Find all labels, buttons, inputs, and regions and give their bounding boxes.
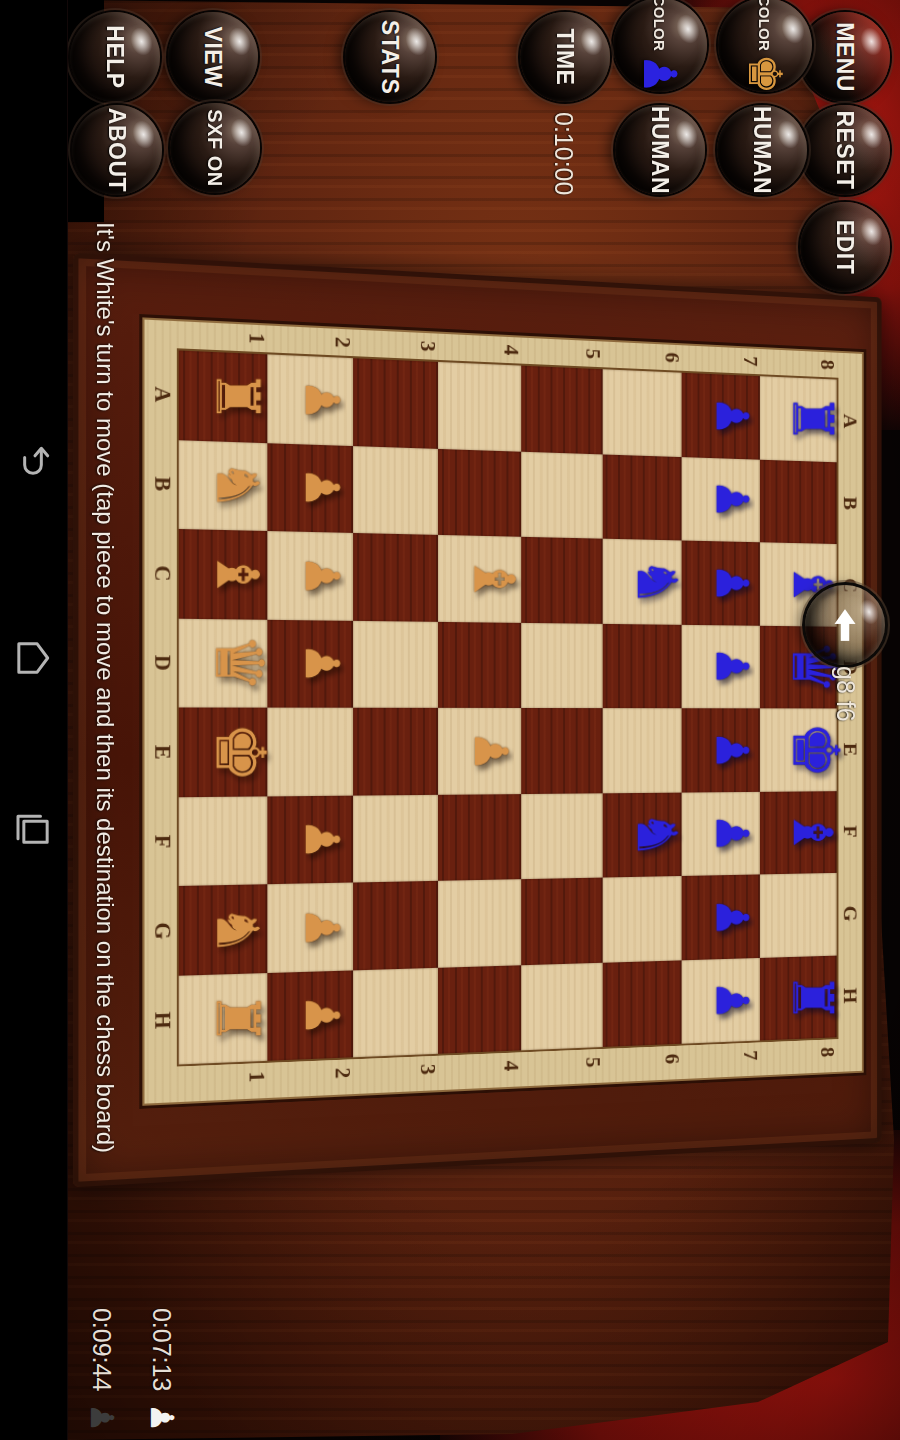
blue-king-e8[interactable]: ♚ bbox=[783, 721, 847, 778]
square-h3[interactable] bbox=[354, 967, 439, 1057]
rank-label-4: 4 bbox=[438, 341, 521, 355]
rank-label-5: 5 bbox=[521, 1057, 602, 1071]
white-pawn-a2[interactable]: ♟ bbox=[298, 379, 345, 421]
rank-label-7: 7 bbox=[682, 1050, 760, 1064]
edit-button[interactable]: EDIT bbox=[800, 202, 890, 292]
white-pawn-h2[interactable]: ♟ bbox=[298, 994, 345, 1036]
human-blue-button[interactable]: HUMAN bbox=[615, 105, 705, 195]
rank-label-2: 2 bbox=[267, 333, 353, 348]
home-button[interactable] bbox=[13, 638, 53, 678]
rank-label-7: 7 bbox=[682, 353, 760, 367]
square-c3[interactable] bbox=[354, 533, 439, 621]
white-knight-g1[interactable]: ♞ bbox=[208, 904, 266, 956]
view-button[interactable]: VIEW bbox=[168, 12, 258, 102]
blue-bishop-f8[interactable]: ♝ bbox=[785, 808, 839, 857]
white-pawn-d2[interactable]: ♟ bbox=[298, 642, 345, 684]
square-f1[interactable] bbox=[179, 796, 267, 886]
chess-board[interactable]: ABCDEFGH ABCDEFGH 87654321 87654321 ♜♝♛♚… bbox=[73, 253, 882, 1187]
white-king-e1[interactable]: ♚ bbox=[205, 721, 274, 783]
rank-label-8: 8 bbox=[760, 1047, 837, 1060]
color-blue-button[interactable]: COLOR ♟ bbox=[613, 0, 707, 92]
blue-pawn-g7[interactable]: ♟ bbox=[710, 897, 755, 937]
white-piece-icon: ♟ bbox=[146, 1403, 178, 1432]
rank-label-3: 3 bbox=[354, 338, 439, 353]
android-nav-bar bbox=[0, 0, 68, 1440]
rank-label-5: 5 bbox=[521, 345, 602, 359]
white-pawn-e4[interactable]: ♟ bbox=[468, 730, 514, 772]
white-rook-a1[interactable]: ♜ bbox=[207, 369, 267, 423]
sxf-toggle-label: SXF ON bbox=[204, 109, 227, 186]
blue-knight-c6[interactable]: ♞ bbox=[629, 557, 684, 607]
recents-icon bbox=[13, 808, 53, 848]
blue-pawn-b7[interactable]: ♟ bbox=[710, 479, 755, 519]
back-button[interactable] bbox=[13, 440, 53, 480]
rank-label-4: 4 bbox=[438, 1060, 521, 1074]
square-c5[interactable] bbox=[521, 537, 602, 624]
white-pawn-f2[interactable]: ♟ bbox=[298, 818, 345, 860]
stats-button-label: STATS bbox=[377, 20, 404, 94]
reset-button[interactable]: RESET bbox=[800, 105, 890, 195]
blue-rook-a8[interactable]: ♜ bbox=[785, 394, 841, 444]
square-a5[interactable] bbox=[521, 366, 602, 454]
blue-pawn-e7[interactable]: ♟ bbox=[710, 730, 755, 770]
square-e5[interactable] bbox=[521, 708, 602, 794]
black-clock: 0:09:44 ♟ bbox=[86, 1308, 118, 1432]
rank-label-1: 1 bbox=[179, 329, 267, 344]
white-clock-time: 0:07:13 bbox=[148, 1308, 177, 1391]
square-d3[interactable] bbox=[354, 620, 439, 708]
color-blue-button-label: COLOR bbox=[652, 0, 669, 51]
square-d4[interactable] bbox=[438, 621, 521, 708]
rank-label-3: 3 bbox=[354, 1064, 439, 1078]
white-bishop-c4[interactable]: ♝ bbox=[465, 553, 521, 604]
square-f4[interactable] bbox=[438, 794, 521, 881]
white-pawn-c2[interactable]: ♟ bbox=[298, 554, 345, 596]
screen: ABCDEFGH ABCDEFGH 87654321 87654321 ♜♝♛♚… bbox=[0, 0, 900, 1440]
blue-rook-h8[interactable]: ♜ bbox=[785, 973, 841, 1023]
undo-move-button[interactable] bbox=[805, 585, 885, 665]
square-e3[interactable] bbox=[354, 708, 439, 795]
white-rook-h1[interactable]: ♜ bbox=[207, 992, 267, 1046]
square-a3[interactable] bbox=[354, 358, 439, 448]
blue-pawn-f7[interactable]: ♟ bbox=[710, 813, 755, 853]
human-white-button-label: HUMAN bbox=[749, 106, 776, 194]
black-piece-icon: ♟ bbox=[86, 1403, 118, 1432]
rank-label-2: 2 bbox=[267, 1067, 353, 1082]
square-b3[interactable] bbox=[354, 446, 439, 535]
time-button[interactable]: TIME bbox=[520, 12, 610, 102]
rank-label-8: 8 bbox=[760, 357, 837, 371]
square-h5[interactable] bbox=[521, 962, 602, 1050]
home-icon bbox=[13, 638, 53, 678]
square-f5[interactable] bbox=[521, 793, 602, 879]
blue-pawn-c7[interactable]: ♟ bbox=[710, 563, 755, 603]
color-white-button-label: COLOR bbox=[757, 0, 774, 51]
help-button-label: HELP bbox=[102, 25, 129, 88]
square-g3[interactable] bbox=[354, 881, 439, 970]
white-pawn-g2[interactable]: ♟ bbox=[298, 906, 345, 948]
square-h4[interactable] bbox=[438, 965, 521, 1054]
reset-button-label: RESET bbox=[832, 110, 859, 189]
white-queen-d1[interactable]: ♛ bbox=[206, 633, 273, 693]
blue-pawn-d7[interactable]: ♟ bbox=[710, 646, 755, 686]
about-button-label: ABOUT bbox=[104, 108, 131, 192]
time-control-value: 0:10:00 bbox=[549, 112, 578, 195]
stats-button[interactable]: STATS bbox=[345, 12, 435, 102]
white-bishop-c1[interactable]: ♝ bbox=[208, 548, 266, 600]
blue-pawn-a7[interactable]: ♟ bbox=[710, 396, 755, 436]
file-label-b: B bbox=[841, 462, 860, 545]
sxf-toggle-button[interactable]: SXF ON bbox=[170, 103, 260, 193]
left-arrow-icon bbox=[832, 607, 858, 643]
menu-button[interactable]: MENU bbox=[800, 12, 890, 102]
file-label-g: G bbox=[841, 872, 860, 955]
human-white-button[interactable]: HUMAN bbox=[717, 105, 807, 195]
square-f3[interactable] bbox=[354, 794, 439, 882]
black-clock-time: 0:09:44 bbox=[88, 1308, 117, 1391]
blue-pawn-icon: ♟ bbox=[637, 53, 683, 94]
white-king-icon: ♚ bbox=[742, 53, 788, 94]
square-b4[interactable] bbox=[438, 448, 521, 536]
about-button[interactable]: ABOUT bbox=[72, 105, 162, 195]
scene-background: ABCDEFGH ABCDEFGH 87654321 87654321 ♜♝♛♚… bbox=[68, 0, 900, 1440]
square-g8[interactable] bbox=[760, 873, 837, 958]
rank-label-1: 1 bbox=[179, 1071, 267, 1086]
help-button[interactable]: HELP bbox=[70, 12, 160, 102]
menu-button-label: MENU bbox=[832, 22, 859, 92]
square-g4[interactable] bbox=[438, 879, 521, 967]
white-clock: 0:07:13 ♟ bbox=[146, 1308, 178, 1432]
square-a4[interactable] bbox=[438, 362, 521, 451]
recents-button[interactable] bbox=[13, 808, 53, 848]
white-knight-b1[interactable]: ♞ bbox=[208, 459, 266, 511]
last-move-label: g8 f6 bbox=[831, 666, 860, 722]
chess-app: ABCDEFGH ABCDEFGH 87654321 87654321 ♜♝♛♚… bbox=[0, 0, 900, 1440]
white-pawn-b2[interactable]: ♟ bbox=[298, 466, 345, 508]
blue-pawn-h7[interactable]: ♟ bbox=[710, 981, 755, 1021]
status-message: It's White's turn to move (tap piece to … bbox=[91, 222, 119, 1153]
square-b5[interactable] bbox=[521, 451, 602, 538]
blue-knight-f6[interactable]: ♞ bbox=[629, 810, 684, 860]
square-d5[interactable] bbox=[521, 622, 602, 708]
back-icon bbox=[13, 440, 53, 480]
view-button-label: VIEW bbox=[200, 27, 227, 88]
time-button-label: TIME bbox=[552, 29, 579, 86]
square-b8[interactable] bbox=[760, 459, 837, 544]
square-g5[interactable] bbox=[521, 878, 602, 965]
edit-button-label: EDIT bbox=[832, 220, 859, 274]
human-blue-button-label: HUMAN bbox=[647, 106, 674, 194]
color-white-button[interactable]: COLOR ♚ bbox=[718, 0, 812, 92]
